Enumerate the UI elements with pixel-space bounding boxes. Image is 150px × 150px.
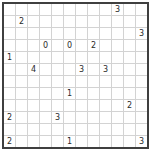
cell-r1c3[interactable] [40,16,51,27]
cell-r7c10[interactable] [124,88,135,99]
cell-r9c7[interactable] [88,112,99,123]
cell-r0c2[interactable] [28,4,39,15]
cell-r5c8[interactable]: 3 [100,64,111,75]
cell-r0c7[interactable] [88,4,99,15]
cell-r7c4[interactable] [52,88,63,99]
clue-digit: 3 [55,114,60,122]
puzzle-board: 32300214331223213 [2,2,149,149]
cell-r6c1[interactable] [16,76,27,87]
cell-r2c8[interactable] [100,28,111,39]
cell-r8c6[interactable] [76,100,87,111]
cell-r0c1[interactable] [16,4,27,15]
cell-r9c9[interactable] [112,112,123,123]
cell-r5c0[interactable] [4,64,15,75]
cell-r0c11[interactable] [136,4,147,15]
cell-r11c3[interactable] [40,136,51,147]
cell-r2c10[interactable] [124,28,135,39]
clue-digit: 4 [31,66,36,74]
cell-r4c1[interactable] [16,52,27,63]
cell-r8c11[interactable] [136,100,147,111]
cell-r9c11[interactable] [136,112,147,123]
cell-r4c11[interactable] [136,52,147,63]
cell-r0c8[interactable] [100,4,111,15]
cell-r9c1[interactable] [16,112,27,123]
cell-r10c8[interactable] [100,124,111,135]
cell-r4c5[interactable] [64,52,75,63]
cell-r8c1[interactable] [16,100,27,111]
clue-digit: 3 [103,66,108,74]
cell-r3c10[interactable] [124,40,135,51]
cell-r11c11[interactable]: 3 [136,136,147,147]
clue-digit: 1 [7,54,12,62]
cell-r1c7[interactable] [88,16,99,27]
cell-r2c6[interactable] [76,28,87,39]
cell-r2c0[interactable] [4,28,15,39]
cell-r7c5[interactable]: 1 [64,88,75,99]
clue-digit: 2 [7,138,12,146]
cell-r4c8[interactable] [100,52,111,63]
cell-r5c10[interactable] [124,64,135,75]
cell-r3c3[interactable]: 0 [40,40,51,51]
cell-r2c11[interactable]: 3 [136,28,147,39]
cell-r3c11[interactable] [136,40,147,51]
cell-r6c8[interactable] [100,76,111,87]
cell-r11c6[interactable] [76,136,87,147]
cell-r7c0[interactable] [4,88,15,99]
cell-r0c3[interactable] [40,4,51,15]
cell-r10c1[interactable] [16,124,27,135]
cell-r11c9[interactable] [112,136,123,147]
cell-r5c9[interactable] [112,64,123,75]
cell-r9c0[interactable]: 2 [4,112,15,123]
cell-r8c3[interactable] [40,100,51,111]
cell-r10c5[interactable] [64,124,75,135]
clue-digit: 3 [79,66,84,74]
cell-r7c6[interactable] [76,88,87,99]
cell-r6c4[interactable] [52,76,63,87]
cell-r3c6[interactable] [76,40,87,51]
clue-digit: 2 [7,114,12,122]
cell-r3c9[interactable] [112,40,123,51]
cell-r4c6[interactable] [76,52,87,63]
cell-r2c2[interactable] [28,28,39,39]
cell-r8c10[interactable]: 2 [124,100,135,111]
cell-r6c9[interactable] [112,76,123,87]
cell-r7c7[interactable] [88,88,99,99]
cell-r5c11[interactable] [136,64,147,75]
cell-r2c7[interactable] [88,28,99,39]
cell-r5c6[interactable]: 3 [76,64,87,75]
cell-r4c0[interactable]: 1 [4,52,15,63]
cell-r8c0[interactable] [4,100,15,111]
cell-r9c4[interactable]: 3 [52,112,63,123]
cell-r2c1[interactable] [16,28,27,39]
cell-r11c0[interactable]: 2 [4,136,15,147]
clue-digit: 2 [19,18,24,26]
cell-r0c4[interactable] [52,4,63,15]
cell-r4c3[interactable] [40,52,51,63]
cell-r9c8[interactable] [100,112,111,123]
clue-digit: 0 [67,42,72,50]
cell-r11c4[interactable] [52,136,63,147]
cell-r0c0[interactable] [4,4,15,15]
cell-r1c10[interactable] [124,16,135,27]
cell-r10c2[interactable] [28,124,39,135]
clue-digit: 3 [115,6,120,14]
cell-r4c10[interactable] [124,52,135,63]
cell-r5c2[interactable]: 4 [28,64,39,75]
cell-r10c0[interactable] [4,124,15,135]
clue-digit: 1 [67,138,72,146]
cell-r7c1[interactable] [16,88,27,99]
cell-r8c7[interactable] [88,100,99,111]
cell-r1c11[interactable] [136,16,147,27]
clue-digit: 3 [139,30,144,38]
cell-r1c8[interactable] [100,16,111,27]
cell-r11c8[interactable] [100,136,111,147]
cell-r5c3[interactable] [40,64,51,75]
cell-r9c6[interactable] [76,112,87,123]
clue-digit: 1 [67,90,72,98]
cell-r0c10[interactable] [124,4,135,15]
cell-r6c7[interactable] [88,76,99,87]
cell-r3c5[interactable]: 0 [64,40,75,51]
cell-r4c2[interactable] [28,52,39,63]
cell-r3c7[interactable]: 2 [88,40,99,51]
cell-r8c9[interactable] [112,100,123,111]
cell-r0c6[interactable] [76,4,87,15]
cell-r5c1[interactable] [16,64,27,75]
cell-r6c10[interactable] [124,76,135,87]
cell-r11c10[interactable] [124,136,135,147]
cell-r8c5[interactable] [64,100,75,111]
cell-r11c5[interactable]: 1 [64,136,75,147]
cell-r6c2[interactable] [28,76,39,87]
cell-r4c7[interactable] [88,52,99,63]
cell-r11c2[interactable] [28,136,39,147]
cell-r7c11[interactable] [136,88,147,99]
cell-r5c5[interactable] [64,64,75,75]
cell-r7c3[interactable] [40,88,51,99]
cell-r9c5[interactable] [64,112,75,123]
cell-r1c0[interactable] [4,16,15,27]
cell-r3c4[interactable] [52,40,63,51]
cell-r3c1[interactable] [16,40,27,51]
cell-r11c1[interactable] [16,136,27,147]
cell-r7c2[interactable] [28,88,39,99]
clue-digit: 2 [127,102,132,110]
cell-r3c8[interactable] [100,40,111,51]
cell-r10c3[interactable] [40,124,51,135]
cell-r9c2[interactable] [28,112,39,123]
cell-r8c2[interactable] [28,100,39,111]
cell-r1c9[interactable] [112,16,123,27]
clue-digit: 0 [43,42,48,50]
cell-r6c0[interactable] [4,76,15,87]
cell-r2c4[interactable] [52,28,63,39]
cell-r8c4[interactable] [52,100,63,111]
cell-r8c8[interactable] [100,100,111,111]
cell-r5c4[interactable] [52,64,63,75]
cell-r1c4[interactable] [52,16,63,27]
cell-r0c9[interactable]: 3 [112,4,123,15]
cell-r6c5[interactable] [64,76,75,87]
cell-r2c3[interactable] [40,28,51,39]
cell-r4c9[interactable] [112,52,123,63]
clue-digit: 3 [139,138,144,146]
cell-r1c1[interactable]: 2 [16,16,27,27]
cell-r7c8[interactable] [100,88,111,99]
cell-r10c4[interactable] [52,124,63,135]
cell-r2c9[interactable] [112,28,123,39]
cell-r1c5[interactable] [64,16,75,27]
cell-r6c6[interactable] [76,76,87,87]
cell-r4c4[interactable] [52,52,63,63]
cell-r7c9[interactable] [112,88,123,99]
cell-r9c3[interactable] [40,112,51,123]
cell-r2c5[interactable] [64,28,75,39]
cell-r11c7[interactable] [88,136,99,147]
cell-r9c10[interactable] [124,112,135,123]
cell-r1c6[interactable] [76,16,87,27]
cell-r5c7[interactable] [88,64,99,75]
cell-r6c3[interactable] [40,76,51,87]
cell-r10c10[interactable] [124,124,135,135]
cell-r10c7[interactable] [88,124,99,135]
cell-r1c2[interactable] [28,16,39,27]
cell-r6c11[interactable] [136,76,147,87]
clue-digit: 2 [91,42,96,50]
cell-r10c6[interactable] [76,124,87,135]
cell-r3c2[interactable] [28,40,39,51]
cell-r0c5[interactable] [64,4,75,15]
cell-r10c9[interactable] [112,124,123,135]
cell-r10c11[interactable] [136,124,147,135]
cell-r3c0[interactable] [4,40,15,51]
